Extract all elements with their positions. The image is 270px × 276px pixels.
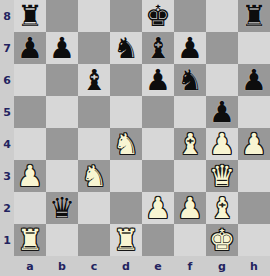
square-d3[interactable] — [110, 160, 142, 192]
square-h8[interactable]: ♜ — [238, 0, 270, 32]
square-f8[interactable] — [174, 0, 206, 32]
square-c8[interactable] — [78, 0, 110, 32]
square-a5[interactable] — [14, 96, 46, 128]
square-d2[interactable] — [110, 192, 142, 224]
piece-black-queen[interactable]: ♛ — [49, 192, 75, 224]
square-b5[interactable] — [46, 96, 78, 128]
square-a8[interactable]: ♜ — [14, 0, 46, 32]
chess-board: 8♜♚♜7♟♟♞♝♟6♝♟♞♟5♟4♞♝♟♟3♟♞♛2♛♟♟♝1♜♜♚abcde… — [0, 0, 270, 276]
square-e2[interactable]: ♟ — [142, 192, 174, 224]
square-b7[interactable]: ♟ — [46, 32, 78, 64]
square-c3[interactable]: ♞ — [78, 160, 110, 192]
square-d1[interactable]: ♜ — [110, 224, 142, 256]
piece-white-pawn[interactable]: ♟ — [17, 160, 43, 192]
square-a2[interactable] — [14, 192, 46, 224]
piece-white-bishop[interactable]: ♝ — [177, 128, 203, 160]
piece-black-pawn[interactable]: ♟ — [145, 64, 171, 96]
file-label-g: g — [206, 256, 238, 276]
square-e8[interactable]: ♚ — [142, 0, 174, 32]
square-a1[interactable]: ♜ — [14, 224, 46, 256]
square-d7[interactable]: ♞ — [110, 32, 142, 64]
piece-black-king[interactable]: ♚ — [145, 0, 171, 32]
square-g4[interactable]: ♟ — [206, 128, 238, 160]
piece-black-knight[interactable]: ♞ — [177, 64, 203, 96]
piece-white-rook[interactable]: ♜ — [17, 224, 43, 256]
piece-white-pawn[interactable]: ♟ — [241, 128, 267, 160]
piece-black-pawn[interactable]: ♟ — [209, 96, 235, 128]
piece-black-bishop[interactable]: ♝ — [145, 32, 171, 64]
piece-white-bishop[interactable]: ♝ — [209, 192, 235, 224]
square-d4[interactable]: ♞ — [110, 128, 142, 160]
square-b8[interactable] — [46, 0, 78, 32]
square-a3[interactable]: ♟ — [14, 160, 46, 192]
square-e7[interactable]: ♝ — [142, 32, 174, 64]
square-d6[interactable] — [110, 64, 142, 96]
square-g1[interactable]: ♚ — [206, 224, 238, 256]
square-a7[interactable]: ♟ — [14, 32, 46, 64]
square-c4[interactable] — [78, 128, 110, 160]
rank-label-8: 8 — [0, 0, 14, 32]
square-b1[interactable] — [46, 224, 78, 256]
square-f6[interactable]: ♞ — [174, 64, 206, 96]
piece-black-rook[interactable]: ♜ — [241, 0, 267, 32]
piece-black-knight[interactable]: ♞ — [113, 32, 139, 64]
chess-app-window: 8♜♚♜7♟♟♞♝♟6♝♟♞♟5♟4♞♝♟♟3♟♞♛2♛♟♟♝1♜♜♚abcde… — [0, 0, 270, 276]
square-h4[interactable]: ♟ — [238, 128, 270, 160]
board-corner-spacer — [0, 256, 14, 276]
rank-label-3: 3 — [0, 160, 14, 192]
square-b3[interactable] — [46, 160, 78, 192]
file-label-b: b — [46, 256, 78, 276]
square-b2[interactable]: ♛ — [46, 192, 78, 224]
square-e6[interactable]: ♟ — [142, 64, 174, 96]
square-b4[interactable] — [46, 128, 78, 160]
piece-black-pawn[interactable]: ♟ — [49, 32, 75, 64]
rank-label-2: 2 — [0, 192, 14, 224]
square-e5[interactable] — [142, 96, 174, 128]
file-label-a: a — [14, 256, 46, 276]
square-g7[interactable] — [206, 32, 238, 64]
file-label-h: h — [238, 256, 270, 276]
square-f7[interactable]: ♟ — [174, 32, 206, 64]
square-c7[interactable] — [78, 32, 110, 64]
square-c1[interactable] — [78, 224, 110, 256]
file-label-f: f — [174, 256, 206, 276]
rank-label-5: 5 — [0, 96, 14, 128]
square-g5[interactable]: ♟ — [206, 96, 238, 128]
square-h1[interactable] — [238, 224, 270, 256]
square-e1[interactable] — [142, 224, 174, 256]
file-label-c: c — [78, 256, 110, 276]
square-g8[interactable] — [206, 0, 238, 32]
square-b6[interactable] — [46, 64, 78, 96]
square-d5[interactable] — [110, 96, 142, 128]
piece-white-knight[interactable]: ♞ — [81, 160, 107, 192]
square-h2[interactable] — [238, 192, 270, 224]
square-f2[interactable]: ♟ — [174, 192, 206, 224]
square-f5[interactable] — [174, 96, 206, 128]
square-a4[interactable] — [14, 128, 46, 160]
square-c6[interactable]: ♝ — [78, 64, 110, 96]
square-h3[interactable] — [238, 160, 270, 192]
piece-black-pawn[interactable]: ♟ — [177, 32, 203, 64]
piece-white-knight[interactable]: ♞ — [113, 128, 139, 160]
square-f1[interactable] — [174, 224, 206, 256]
square-c2[interactable] — [78, 192, 110, 224]
square-h7[interactable] — [238, 32, 270, 64]
piece-black-bishop[interactable]: ♝ — [81, 64, 107, 96]
piece-black-rook[interactable]: ♜ — [17, 0, 43, 32]
piece-white-rook[interactable]: ♜ — [113, 224, 139, 256]
piece-white-queen[interactable]: ♛ — [209, 160, 235, 192]
square-h5[interactable] — [238, 96, 270, 128]
piece-white-pawn[interactable]: ♟ — [145, 192, 171, 224]
piece-white-pawn[interactable]: ♟ — [177, 192, 203, 224]
piece-white-king[interactable]: ♚ — [209, 224, 235, 256]
file-label-e: e — [142, 256, 174, 276]
square-g6[interactable] — [206, 64, 238, 96]
piece-white-pawn[interactable]: ♟ — [209, 128, 235, 160]
rank-label-6: 6 — [0, 64, 14, 96]
square-g2[interactable]: ♝ — [206, 192, 238, 224]
rank-label-7: 7 — [0, 32, 14, 64]
rank-label-1: 1 — [0, 224, 14, 256]
piece-black-pawn[interactable]: ♟ — [241, 64, 267, 96]
square-c5[interactable] — [78, 96, 110, 128]
piece-black-pawn[interactable]: ♟ — [17, 32, 43, 64]
square-g3[interactable]: ♛ — [206, 160, 238, 192]
file-label-d: d — [110, 256, 142, 276]
square-e4[interactable] — [142, 128, 174, 160]
square-a6[interactable] — [14, 64, 46, 96]
square-f4[interactable]: ♝ — [174, 128, 206, 160]
square-f3[interactable] — [174, 160, 206, 192]
square-h6[interactable]: ♟ — [238, 64, 270, 96]
square-e3[interactable] — [142, 160, 174, 192]
square-d8[interactable] — [110, 0, 142, 32]
rank-label-4: 4 — [0, 128, 14, 160]
